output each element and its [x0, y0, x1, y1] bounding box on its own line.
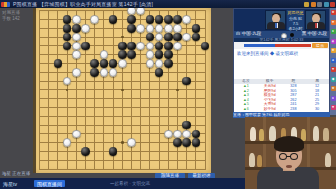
- trophy-figure: [259, 129, 264, 141]
- white-stone: [155, 33, 164, 42]
- black-stone: [182, 121, 191, 130]
- app-logo-icon: [1, 2, 10, 7]
- white-stone: [81, 24, 90, 33]
- trophy-figure: [269, 126, 276, 141]
- table-cell: 30: [305, 107, 329, 112]
- window-control-button[interactable]: [311, 2, 316, 7]
- black-stone: [146, 33, 155, 42]
- window-titlebar: P围棋直播 【弈城围棋】职业高手对局直播室 第142手 [高清]: [0, 0, 336, 8]
- black-stone: [155, 50, 164, 59]
- black-stone: [63, 15, 72, 24]
- black-stone: [146, 15, 155, 24]
- white-stone: [100, 68, 109, 77]
- table-cell: 妙手9d: [258, 107, 282, 112]
- black-stone: [192, 24, 201, 33]
- window-control-button[interactable]: [330, 2, 335, 7]
- white-stone: [146, 42, 155, 51]
- window-control-button[interactable]: [324, 2, 329, 7]
- black-stone: [127, 42, 136, 51]
- match-info-panel: 对局信息 分先 贴7.5 各2小时: [287, 10, 304, 30]
- black-stone: [192, 33, 201, 42]
- star-point: [121, 89, 124, 92]
- streamer-hair: [274, 136, 304, 152]
- white-stone: [146, 24, 155, 33]
- black-stone: [118, 42, 127, 51]
- white-stone: [90, 15, 99, 24]
- gift-icon[interactable]: ♥: [331, 20, 336, 25]
- black-stone: [118, 50, 127, 59]
- black-stone: [127, 24, 136, 33]
- white-player-photo: [265, 10, 286, 30]
- gift-icon[interactable]: ♥: [331, 105, 336, 110]
- left-info-line2: 手数 142: [2, 16, 32, 22]
- star-point: [121, 141, 124, 144]
- black-stone: [164, 50, 173, 59]
- black-stone: [90, 68, 99, 77]
- channel-badge[interactable]: 围棋直播间: [34, 180, 65, 187]
- black-stone: [155, 15, 164, 24]
- trophy-figure: [249, 153, 255, 167]
- black-stone: [109, 15, 118, 24]
- white-stone: [136, 24, 145, 33]
- white-stone: [146, 59, 155, 68]
- white-stone: [155, 24, 164, 33]
- board-grid-line: [39, 98, 206, 99]
- white-stone: [164, 24, 173, 33]
- white-stone: [72, 15, 81, 24]
- white-stone: [136, 42, 145, 51]
- gift-icon[interactable]: ♠: [331, 58, 336, 63]
- black-player-photo: [305, 10, 326, 30]
- gift-icon[interactable]: ♦: [331, 29, 336, 34]
- trophy-figure: [323, 128, 329, 141]
- trophy-figure: [257, 155, 262, 167]
- black-stone: [63, 42, 72, 51]
- black-stone: [164, 15, 173, 24]
- board-grid-line: [39, 125, 206, 126]
- webcam-view: [245, 117, 336, 189]
- white-stone: [118, 59, 127, 68]
- black-stone: [164, 33, 173, 42]
- board-grid-line: [39, 169, 206, 170]
- black-stone: [81, 147, 90, 156]
- black-stone: [72, 24, 81, 33]
- trophy-figure: [313, 126, 319, 141]
- black-stone-icon: [290, 33, 294, 37]
- black-stone: [182, 77, 191, 86]
- board-grid-line: [39, 116, 206, 117]
- gift-icon[interactable]: ★: [331, 48, 336, 53]
- black-stone: [164, 59, 173, 68]
- board-grid-line: [39, 160, 206, 161]
- white-stone: [173, 130, 182, 139]
- window-control-button[interactable]: [304, 2, 309, 7]
- white-stone: [72, 130, 81, 139]
- ranking-table-body: ▲1天元9d32812▲2星阵9d30518▲3棋圣9d28721▲4小飞9d2…: [234, 84, 329, 112]
- black-stone: [182, 138, 191, 147]
- white-stone: [182, 33, 191, 42]
- white-stone: [155, 59, 164, 68]
- black-stone: [63, 24, 72, 33]
- board-grid-line: [205, 10, 206, 169]
- gift-icon[interactable]: ♥: [331, 67, 336, 72]
- match-info-komi: 分先 贴7.5: [287, 16, 304, 26]
- trophy-figure: [325, 153, 331, 167]
- white-stone: [63, 138, 72, 147]
- board-grid-line: [39, 151, 206, 152]
- window-title: P围棋直播 【弈城围棋】职业高手对局直播室 第142手 [高清]: [13, 1, 153, 7]
- star-point: [176, 89, 179, 92]
- table-row[interactable]: ▲6妙手9d23830: [234, 107, 329, 112]
- table-cell: 238: [282, 107, 306, 112]
- white-stone: [63, 77, 72, 86]
- white-stone: [72, 68, 81, 77]
- black-stone: [90, 59, 99, 68]
- black-stone: [192, 138, 201, 147]
- black-stone: [127, 50, 136, 59]
- white-stone: [164, 130, 173, 139]
- gift-icon[interactable]: ★: [331, 10, 336, 15]
- black-stone: [127, 15, 136, 24]
- stream-caption: 海星 正在直播: [2, 171, 30, 176]
- white-stone: [127, 138, 136, 147]
- glasses-bridge: [286, 156, 291, 157]
- winrate-bar-blue: [244, 44, 275, 48]
- bottom-status-bar: 海星tv 围棋直播间 一起看棋 · 文明交流: [0, 178, 246, 189]
- white-stone: [173, 24, 182, 33]
- white-stone: [182, 130, 191, 139]
- gift-icon[interactable]: ♣: [331, 39, 336, 44]
- glasses-icon: [279, 153, 287, 160]
- black-stone: [54, 59, 63, 68]
- black-player-tie: [315, 23, 316, 28]
- black-stone: [173, 15, 182, 24]
- black-stone: [100, 59, 109, 68]
- black-stone: [192, 130, 201, 139]
- white-stone: [72, 50, 81, 59]
- white-stone: [100, 50, 109, 59]
- black-stone: [164, 42, 173, 51]
- gift-icon[interactable]: ★: [331, 86, 336, 91]
- gift-icon-strip[interactable]: ★♥♦♣★♠♥◆★♦♥: [330, 8, 336, 115]
- trophy-figure: [250, 127, 256, 141]
- black-stone: [173, 138, 182, 147]
- black-stone: [155, 42, 164, 51]
- table-cell: ▲6: [234, 107, 258, 112]
- streamer-mouth: [286, 165, 292, 168]
- bottom-extra-text: 一起看棋 · 文明交流: [110, 181, 150, 186]
- glasses-icon: [290, 153, 298, 160]
- left-info-strip: 对局直播 手数 142: [2, 10, 32, 21]
- white-stone: [72, 42, 81, 51]
- go-board[interactable]: [33, 8, 211, 173]
- white-stone: [72, 33, 81, 42]
- white-stone: [109, 68, 118, 77]
- black-stone: [63, 33, 72, 42]
- white-stone: [173, 42, 182, 51]
- hint-button[interactable]: 提示: [312, 43, 328, 48]
- winrate-bar-red: [275, 44, 311, 48]
- stream-logo-text: 海星tv: [3, 181, 17, 187]
- black-stone: [155, 68, 164, 77]
- board-grid-line: [39, 107, 206, 108]
- black-stone: [201, 42, 210, 51]
- black-stone: [81, 42, 90, 51]
- gift-icon[interactable]: ♦: [331, 96, 336, 101]
- white-stone: [182, 15, 191, 24]
- gift-icon[interactable]: ◆: [331, 77, 336, 82]
- board-grid-line: [140, 10, 141, 169]
- chat-welcome-message: 欢迎来到直播间 ◆ 请文明观棋: [237, 51, 298, 56]
- black-stone: [109, 147, 118, 156]
- window-controls[interactable]: [304, 2, 335, 7]
- black-stone: [109, 59, 118, 68]
- white-stone: [146, 50, 155, 59]
- ranking-table[interactable]: 名次棋手胜局 ▲1天元9d32812▲2星阵9d30518▲3棋圣9d28721…: [234, 79, 329, 112]
- board-left-edge: [33, 8, 36, 173]
- window-control-button[interactable]: [317, 2, 322, 7]
- black-stone: [173, 33, 182, 42]
- white-player-tie: [275, 23, 276, 28]
